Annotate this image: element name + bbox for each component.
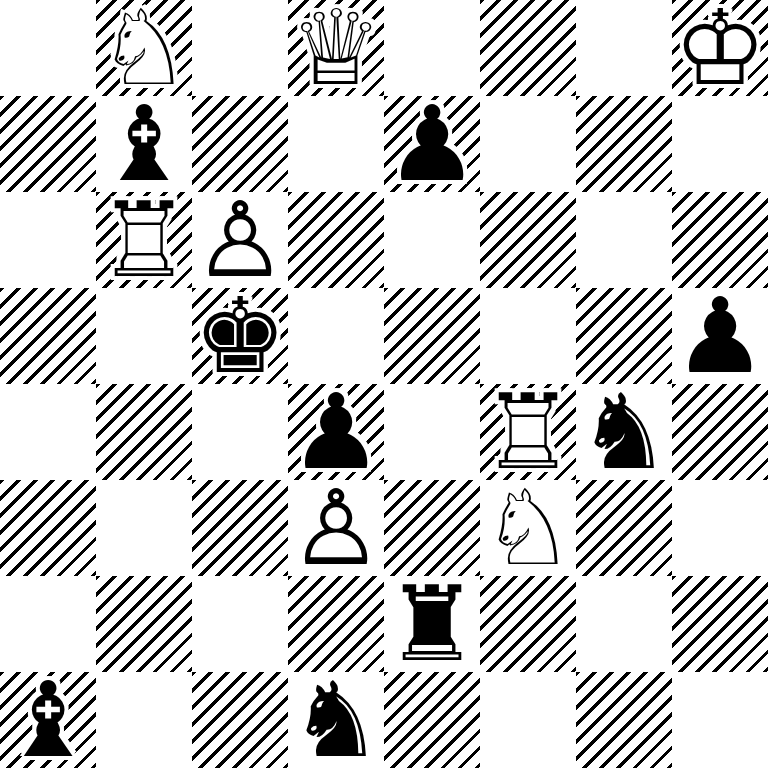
white-pawn-icon: ♙	[192, 192, 288, 288]
square-d8[interactable]: ♛♕	[288, 0, 384, 96]
piece-white-knight[interactable]: ♞♘	[480, 480, 576, 576]
square-h5[interactable]: ♟	[672, 288, 768, 384]
white-knight-icon: ♘	[480, 480, 576, 576]
piece-white-pawn[interactable]: ♟♙	[192, 192, 288, 288]
black-rook-icon: ♜	[384, 576, 480, 672]
square-b5[interactable]	[96, 288, 192, 384]
piece-black-pawn[interactable]: ♟	[288, 384, 384, 480]
square-d6[interactable]	[288, 192, 384, 288]
square-g4[interactable]: ♞	[576, 384, 672, 480]
piece-black-rook[interactable]: ♜	[384, 576, 480, 672]
piece-white-king[interactable]: ♚♔	[672, 0, 768, 96]
square-h7[interactable]	[672, 96, 768, 192]
square-g3[interactable]	[576, 480, 672, 576]
black-bishop-icon: ♝	[96, 96, 192, 192]
black-bishop-icon: ♝	[0, 672, 96, 768]
square-h8[interactable]: ♚♔	[672, 0, 768, 96]
piece-black-pawn[interactable]: ♟	[672, 288, 768, 384]
square-c8[interactable]	[192, 0, 288, 96]
white-knight-icon: ♘	[96, 0, 192, 96]
square-c1[interactable]	[192, 672, 288, 768]
square-d3[interactable]: ♟♙	[288, 480, 384, 576]
square-f7[interactable]	[480, 96, 576, 192]
square-h1[interactable]	[672, 672, 768, 768]
black-king-icon: ♚	[192, 288, 288, 384]
square-d1[interactable]: ♞	[288, 672, 384, 768]
piece-white-pawn[interactable]: ♟♙	[288, 480, 384, 576]
square-h6[interactable]	[672, 192, 768, 288]
square-f8[interactable]	[480, 0, 576, 96]
square-h3[interactable]	[672, 480, 768, 576]
square-e7[interactable]: ♟	[384, 96, 480, 192]
square-c3[interactable]	[192, 480, 288, 576]
square-g7[interactable]	[576, 96, 672, 192]
square-d2[interactable]	[288, 576, 384, 672]
square-c7[interactable]	[192, 96, 288, 192]
square-a5[interactable]	[0, 288, 96, 384]
piece-white-rook[interactable]: ♜♖	[480, 384, 576, 480]
square-e8[interactable]	[384, 0, 480, 96]
square-a2[interactable]	[0, 576, 96, 672]
piece-white-queen[interactable]: ♛♕	[288, 0, 384, 96]
square-b3[interactable]	[96, 480, 192, 576]
square-e4[interactable]	[384, 384, 480, 480]
square-e2[interactable]: ♜	[384, 576, 480, 672]
square-f5[interactable]	[480, 288, 576, 384]
square-a1[interactable]: ♝	[0, 672, 96, 768]
piece-black-knight[interactable]: ♞	[576, 384, 672, 480]
square-a3[interactable]	[0, 480, 96, 576]
white-rook-icon: ♖	[96, 192, 192, 288]
square-b7[interactable]: ♝	[96, 96, 192, 192]
black-knight-icon: ♞	[288, 672, 384, 768]
black-pawn-icon: ♟	[384, 96, 480, 192]
black-pawn-icon: ♟	[672, 288, 768, 384]
square-c4[interactable]	[192, 384, 288, 480]
piece-white-knight[interactable]: ♞♘	[96, 0, 192, 96]
piece-black-pawn[interactable]: ♟	[384, 96, 480, 192]
square-f1[interactable]	[480, 672, 576, 768]
square-c2[interactable]	[192, 576, 288, 672]
piece-white-rook[interactable]: ♜♖	[96, 192, 192, 288]
square-b4[interactable]	[96, 384, 192, 480]
square-b8[interactable]: ♞♘	[96, 0, 192, 96]
square-e1[interactable]	[384, 672, 480, 768]
white-king-icon: ♔	[672, 0, 768, 96]
square-e3[interactable]	[384, 480, 480, 576]
square-g6[interactable]	[576, 192, 672, 288]
square-f6[interactable]	[480, 192, 576, 288]
square-a7[interactable]	[0, 96, 96, 192]
square-a6[interactable]	[0, 192, 96, 288]
square-d7[interactable]	[288, 96, 384, 192]
square-f4[interactable]: ♜♖	[480, 384, 576, 480]
square-d5[interactable]	[288, 288, 384, 384]
black-knight-icon: ♞	[576, 384, 672, 480]
white-queen-icon: ♕	[288, 0, 384, 96]
square-d4[interactable]: ♟	[288, 384, 384, 480]
white-pawn-icon: ♙	[288, 480, 384, 576]
square-g5[interactable]	[576, 288, 672, 384]
piece-black-king[interactable]: ♚	[192, 288, 288, 384]
square-b6[interactable]: ♜♖	[96, 192, 192, 288]
square-c6[interactable]: ♟♙	[192, 192, 288, 288]
piece-black-bishop[interactable]: ♝	[96, 96, 192, 192]
square-a8[interactable]	[0, 0, 96, 96]
piece-black-bishop[interactable]: ♝	[0, 672, 96, 768]
square-f3[interactable]: ♞♘	[480, 480, 576, 576]
square-e6[interactable]	[384, 192, 480, 288]
square-c5[interactable]: ♚	[192, 288, 288, 384]
black-pawn-icon: ♟	[288, 384, 384, 480]
square-b2[interactable]	[96, 576, 192, 672]
square-h4[interactable]	[672, 384, 768, 480]
square-b1[interactable]	[96, 672, 192, 768]
piece-black-knight[interactable]: ♞	[288, 672, 384, 768]
square-h2[interactable]	[672, 576, 768, 672]
square-f2[interactable]	[480, 576, 576, 672]
square-g8[interactable]	[576, 0, 672, 96]
chess-board: ♞♘♛♕♚♔♝♟♜♖♟♙♚♟♟♜♖♞♟♙♞♘♜♝♞	[0, 0, 768, 768]
square-g1[interactable]	[576, 672, 672, 768]
square-a4[interactable]	[0, 384, 96, 480]
square-g2[interactable]	[576, 576, 672, 672]
square-e5[interactable]	[384, 288, 480, 384]
white-rook-icon: ♖	[480, 384, 576, 480]
